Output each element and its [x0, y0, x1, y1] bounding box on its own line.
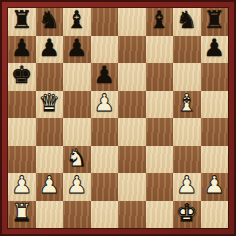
white-pawn[interactable]: ♟	[38, 173, 60, 200]
square-h7[interactable]: ♟	[201, 36, 229, 64]
square-d7[interactable]	[91, 36, 119, 64]
square-c7[interactable]: ♟	[63, 36, 91, 64]
square-c5[interactable]	[63, 91, 91, 119]
square-h1[interactable]	[201, 201, 229, 229]
square-f7[interactable]	[146, 36, 174, 64]
square-b2[interactable]: ♟	[36, 173, 64, 201]
black-pawn[interactable]: ♟	[93, 63, 115, 90]
square-b4[interactable]	[36, 118, 64, 146]
square-b8[interactable]: ♞	[36, 8, 64, 36]
square-f3[interactable]	[146, 146, 174, 174]
white-pawn[interactable]: ♟	[11, 173, 33, 200]
square-d4[interactable]	[91, 118, 119, 146]
white-knight[interactable]: ♞	[66, 146, 88, 173]
square-g5[interactable]: ♝	[173, 91, 201, 119]
square-g3[interactable]	[173, 146, 201, 174]
square-e8[interactable]	[118, 8, 146, 36]
square-e7[interactable]	[118, 36, 146, 64]
square-h3[interactable]	[201, 146, 229, 174]
square-a8[interactable]: ♜	[8, 8, 36, 36]
white-pawn[interactable]: ♟	[66, 173, 88, 200]
square-e2[interactable]	[118, 173, 146, 201]
square-f1[interactable]	[146, 201, 174, 229]
square-e5[interactable]	[118, 91, 146, 119]
square-f8[interactable]: ♝	[146, 8, 174, 36]
square-b3[interactable]	[36, 146, 64, 174]
square-c3[interactable]: ♞	[63, 146, 91, 174]
white-pawn[interactable]: ♟	[203, 173, 225, 200]
black-knight[interactable]: ♞	[176, 8, 198, 35]
black-pawn[interactable]: ♟	[38, 36, 60, 63]
white-bishop[interactable]: ♝	[176, 91, 198, 118]
square-f6[interactable]	[146, 63, 174, 91]
square-a5[interactable]	[8, 91, 36, 119]
square-b1[interactable]	[36, 201, 64, 229]
black-bishop[interactable]: ♝	[66, 8, 88, 35]
white-king[interactable]: ♚	[176, 201, 198, 228]
black-pawn[interactable]: ♟	[11, 36, 33, 63]
square-a7[interactable]: ♟	[8, 36, 36, 64]
square-d1[interactable]	[91, 201, 119, 229]
black-rook[interactable]: ♜	[203, 8, 225, 35]
square-f2[interactable]	[146, 173, 174, 201]
square-f4[interactable]	[146, 118, 174, 146]
square-c4[interactable]	[63, 118, 91, 146]
square-d6[interactable]: ♟	[91, 63, 119, 91]
black-king[interactable]: ♚	[11, 63, 33, 90]
square-b6[interactable]	[36, 63, 64, 91]
white-pawn[interactable]: ♟	[93, 91, 115, 118]
square-d5[interactable]: ♟	[91, 91, 119, 119]
square-a6[interactable]: ♚	[8, 63, 36, 91]
square-e1[interactable]	[118, 201, 146, 229]
square-a3[interactable]	[8, 146, 36, 174]
square-g7[interactable]	[173, 36, 201, 64]
black-pawn[interactable]: ♟	[66, 36, 88, 63]
square-c1[interactable]	[63, 201, 91, 229]
board-frame: ♜♞♝♝♞♜♟♟♟♟♚♟♛♟♝♞♟♟♟♟♟♜♚	[0, 0, 236, 236]
black-bishop[interactable]: ♝	[148, 8, 170, 35]
square-h4[interactable]	[201, 118, 229, 146]
square-e4[interactable]	[118, 118, 146, 146]
square-a2[interactable]: ♟	[8, 173, 36, 201]
square-a1[interactable]: ♜	[8, 201, 36, 229]
square-b7[interactable]: ♟	[36, 36, 64, 64]
square-d3[interactable]	[91, 146, 119, 174]
square-h6[interactable]	[201, 63, 229, 91]
black-pawn[interactable]: ♟	[203, 36, 225, 63]
white-queen[interactable]: ♛	[38, 91, 60, 118]
square-c8[interactable]: ♝	[63, 8, 91, 36]
square-d2[interactable]	[91, 173, 119, 201]
square-d8[interactable]	[91, 8, 119, 36]
square-a4[interactable]	[8, 118, 36, 146]
square-h2[interactable]: ♟	[201, 173, 229, 201]
square-b5[interactable]: ♛	[36, 91, 64, 119]
white-rook[interactable]: ♜	[11, 201, 33, 228]
square-h5[interactable]	[201, 91, 229, 119]
square-c2[interactable]: ♟	[63, 173, 91, 201]
square-f5[interactable]	[146, 91, 174, 119]
square-g2[interactable]: ♟	[173, 173, 201, 201]
square-g4[interactable]	[173, 118, 201, 146]
square-h8[interactable]: ♜	[201, 8, 229, 36]
square-g8[interactable]: ♞	[173, 8, 201, 36]
square-c6[interactable]	[63, 63, 91, 91]
square-e6[interactable]	[118, 63, 146, 91]
square-g6[interactable]	[173, 63, 201, 91]
black-knight[interactable]: ♞	[38, 8, 60, 35]
square-e3[interactable]	[118, 146, 146, 174]
black-rook[interactable]: ♜	[11, 8, 33, 35]
square-g1[interactable]: ♚	[173, 201, 201, 229]
chess-board: ♜♞♝♝♞♜♟♟♟♟♚♟♛♟♝♞♟♟♟♟♟♜♚	[8, 8, 228, 228]
white-pawn[interactable]: ♟	[176, 173, 198, 200]
